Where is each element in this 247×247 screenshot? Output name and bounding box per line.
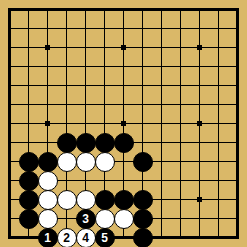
stone-white-move-2: 2 bbox=[57, 228, 77, 247]
stone-white bbox=[76, 152, 96, 172]
stone-black bbox=[133, 228, 153, 247]
stone-white bbox=[95, 152, 115, 172]
stone-black-move-1: 1 bbox=[38, 228, 58, 247]
stone-black bbox=[133, 209, 153, 229]
stone-black bbox=[133, 190, 153, 210]
stone-white-move-4: 4 bbox=[76, 228, 96, 247]
stone-black bbox=[38, 152, 58, 172]
stone-black-move-3: 3 bbox=[76, 209, 96, 229]
stone-black bbox=[19, 209, 39, 229]
stone-black bbox=[19, 190, 39, 210]
go-board: 31245 bbox=[0, 0, 247, 247]
stone-white bbox=[38, 190, 58, 210]
stone-black bbox=[95, 190, 115, 210]
move-number-label: 2 bbox=[63, 232, 70, 244]
stone-white bbox=[57, 152, 77, 172]
stone-black bbox=[19, 171, 39, 191]
stone-white bbox=[38, 171, 58, 191]
stone-white bbox=[114, 209, 134, 229]
move-number-label: 3 bbox=[82, 213, 89, 225]
stone-black bbox=[57, 133, 77, 153]
move-number-label: 5 bbox=[101, 232, 108, 244]
stone-white bbox=[76, 190, 96, 210]
stone-black-move-5: 5 bbox=[95, 228, 115, 247]
stone-white bbox=[95, 209, 115, 229]
move-number-label: 4 bbox=[82, 232, 89, 244]
move-number-label: 1 bbox=[44, 232, 51, 244]
stone-white bbox=[38, 209, 58, 229]
stone-black bbox=[133, 152, 153, 172]
stone-white bbox=[57, 190, 77, 210]
stone-black bbox=[95, 133, 115, 153]
board-stones: 31245 bbox=[0, 0, 247, 247]
stone-black bbox=[114, 190, 134, 210]
stone-black bbox=[114, 133, 134, 153]
go-board-diagram: 31245 bbox=[0, 0, 247, 247]
stone-black bbox=[19, 152, 39, 172]
stone-black bbox=[76, 133, 96, 153]
